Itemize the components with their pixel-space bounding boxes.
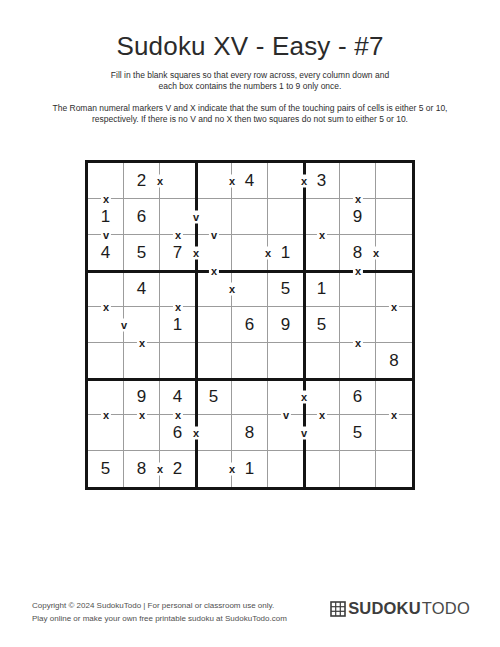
instructions-xv-rule: The Roman numeral markers V and X indica… <box>0 103 500 125</box>
cell-r6c1 <box>88 343 124 379</box>
cell-r3c9 <box>376 235 412 271</box>
cell-r2c2: 6 <box>124 199 160 235</box>
cell-r5c7: 5 <box>304 307 340 343</box>
footer-copyright-line2: Play online or make your own free printa… <box>32 612 287 625</box>
cell-r7c8: 6 <box>340 379 376 415</box>
instructions-basic-line1: Fill in the blank squares so that every … <box>0 70 500 81</box>
xv-marker-x-r8c3-r8c4: x <box>191 427 201 440</box>
xv-marker-x-r9c4-r9c5: x <box>227 463 237 476</box>
logo-word-todo: TODO <box>422 599 470 618</box>
xv-marker-x-r3c4-r4c4: x <box>209 265 219 278</box>
cell-r5c5: 6 <box>232 307 268 343</box>
cell-r7c5 <box>232 379 268 415</box>
cell-r4c2: 4 <box>124 271 160 307</box>
cell-r6c4 <box>196 343 232 379</box>
instructions-basic: Fill in the blank squares so that every … <box>0 70 500 92</box>
cell-r4c6: 5 <box>268 271 304 307</box>
xv-marker-x-r1c6-r1c7: x <box>299 175 309 188</box>
footer-copyright: Copyright © 2024 SudokuTodo | For person… <box>32 599 287 625</box>
cell-r9c5: 1 <box>232 451 268 487</box>
cell-r3c6: 1 <box>268 235 304 271</box>
footer-copyright-line1: Copyright © 2024 SudokuTodo | For person… <box>32 599 287 612</box>
cell-r9c7 <box>304 451 340 487</box>
xv-marker-v-r2c1-r3c1: v <box>101 229 111 242</box>
xv-marker-x-r5c2-r6c2: x <box>137 337 147 350</box>
xv-marker-v-r2c3-r2c4: v <box>191 211 201 224</box>
box-border-horizontal <box>88 378 412 381</box>
xv-marker-x-r3c3-r3c4: x <box>191 247 201 260</box>
cell-r2c5 <box>232 199 268 235</box>
cell-r2c9 <box>376 199 412 235</box>
xv-marker-x-r7c3-r8c3: x <box>173 409 183 422</box>
cell-r2c6 <box>268 199 304 235</box>
cell-r9c6 <box>268 451 304 487</box>
xv-marker-x-r7c6-r7c7: x <box>299 391 309 404</box>
instructions-xv-rule-line2: respectively. If there is no V and no X … <box>0 114 500 125</box>
xv-marker-x-r7c7-r8c7: x <box>317 409 327 422</box>
cell-r3c2: 5 <box>124 235 160 271</box>
sudokutodo-logo: SUDOKU TODO <box>330 599 470 618</box>
cell-r1c5: 4 <box>232 163 268 199</box>
xv-marker-x-r7c2-r8c2: x <box>137 409 147 422</box>
cell-r6c9: 8 <box>376 343 412 379</box>
cell-r1c7: 3 <box>304 163 340 199</box>
sudoku-cells: 243169457184511695894566855821 <box>88 163 412 487</box>
cell-r9c1: 5 <box>88 451 124 487</box>
cell-r9c3: 2 <box>160 451 196 487</box>
box-border-horizontal <box>88 270 412 273</box>
cell-r6c3 <box>160 343 196 379</box>
xv-marker-x-r1c8-r2c8: x <box>353 193 363 206</box>
xv-marker-x-r1c2-r1c3: x <box>155 175 165 188</box>
xv-marker-x-r4c3-r5c3: x <box>173 301 183 314</box>
logo-word-sudoku: SUDOKU <box>348 599 421 618</box>
page-title: Sudoku XV - Easy - #7 <box>0 31 500 62</box>
cell-r9c9 <box>376 451 412 487</box>
cell-r5c4 <box>196 307 232 343</box>
cell-r5c6: 9 <box>268 307 304 343</box>
sudoku-board: 243169457184511695894566855821 xxxvxxxxv… <box>85 160 415 490</box>
xv-marker-x-r1c4-r1c5: x <box>227 175 237 188</box>
xv-marker-x-r5c8-r6c8: x <box>353 337 363 350</box>
cell-r6c6 <box>268 343 304 379</box>
xv-marker-x-r4c4-r4c5: x <box>227 283 237 296</box>
xv-marker-v-r7c6-r8c6: v <box>281 409 291 422</box>
xv-marker-x-r4c9-r5c9: x <box>389 301 399 314</box>
cell-r4c7: 1 <box>304 271 340 307</box>
cell-r1c3 <box>160 163 196 199</box>
xv-marker-v-r2c4-r3c4: v <box>209 229 219 242</box>
cell-r6c5 <box>232 343 268 379</box>
xv-marker-x-r9c2-r9c3: x <box>155 463 165 476</box>
cell-r8c4 <box>196 415 232 451</box>
instructions-xv-rule-line1: The Roman numeral markers V and X indica… <box>0 103 500 114</box>
xv-marker-x-r2c3-r3c3: x <box>173 229 183 242</box>
xv-marker-x-r3c8-r4c8: x <box>353 265 363 278</box>
cell-r7c4: 5 <box>196 379 232 415</box>
xv-marker-x-r7c9-r8c9: x <box>389 409 399 422</box>
xv-marker-x-r2c7-r3c7: x <box>317 229 327 242</box>
xv-marker-x-r1c1-r2c1: x <box>101 193 111 206</box>
cell-r1c9 <box>376 163 412 199</box>
xv-marker-x-r3c5-r3c6: x <box>263 247 273 260</box>
grid-logo-icon <box>330 601 346 617</box>
cell-r6c7 <box>304 343 340 379</box>
xv-marker-v-r5c1-r5c2: v <box>119 319 129 332</box>
cell-r9c8 <box>340 451 376 487</box>
xv-marker-x-r4c1-r5c1: x <box>101 301 111 314</box>
xv-marker-v-r8c6-r8c7: v <box>299 427 309 440</box>
xv-marker-x-r3c8-r3c9: x <box>371 247 381 260</box>
cell-r4c5 <box>232 271 268 307</box>
xv-marker-x-r7c1-r8c1: x <box>101 409 111 422</box>
cell-r8c8: 5 <box>340 415 376 451</box>
instructions-basic-line2: each box contains the numbers 1 to 9 onl… <box>0 81 500 92</box>
cell-r8c5: 8 <box>232 415 268 451</box>
